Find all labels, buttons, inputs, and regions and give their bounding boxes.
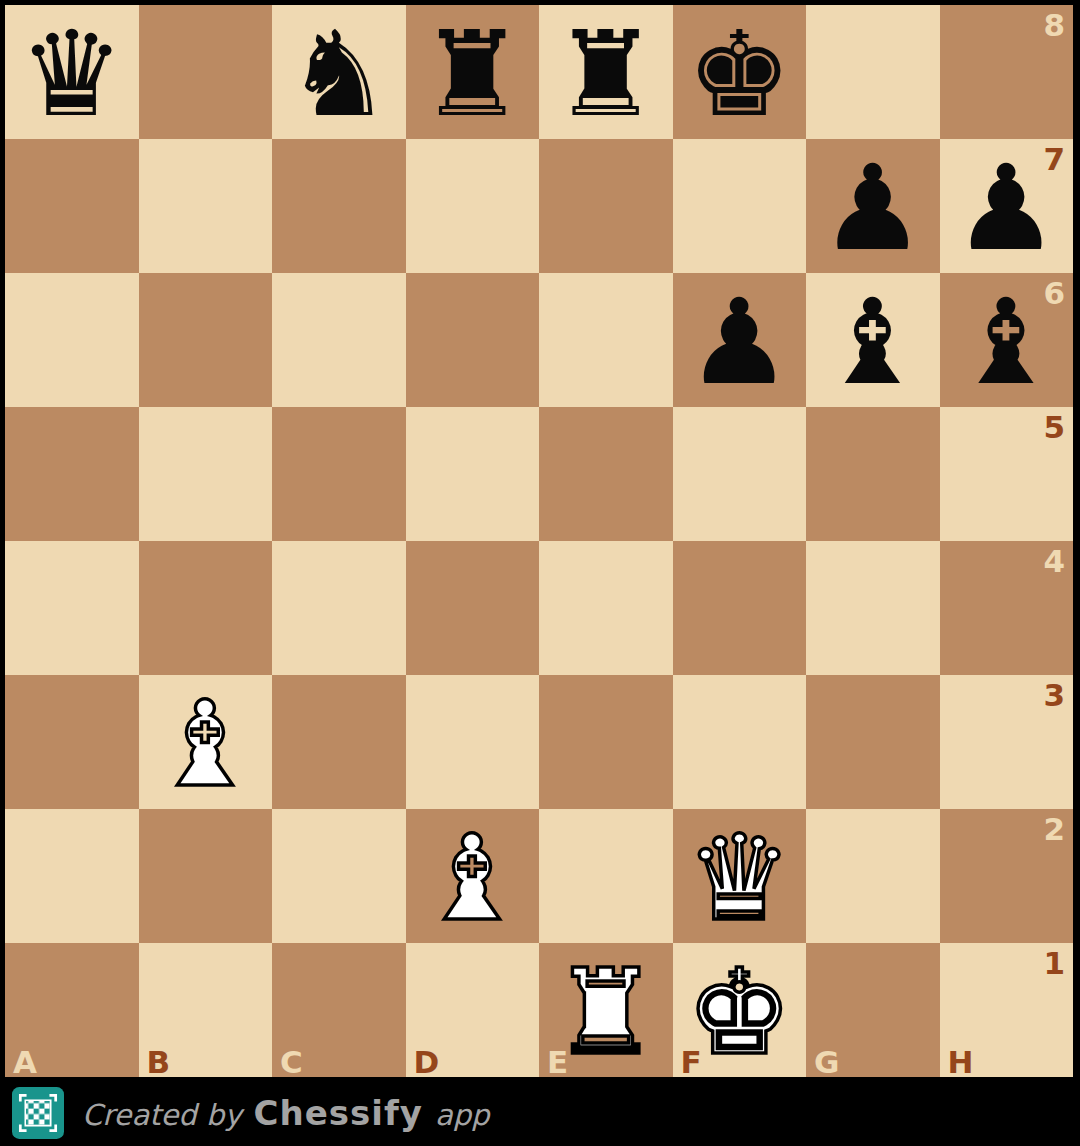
square-b6[interactable] [139,273,273,407]
square-g3[interactable] [806,675,940,809]
square-f6[interactable]: ♟ [673,273,807,407]
white-rook-e1[interactable]: ♜ [553,953,659,1071]
app-text: app [435,1098,490,1132]
square-h3[interactable]: 3 [940,675,1074,809]
rank-label-3: 3 [1043,680,1065,711]
square-b1[interactable]: B [139,943,273,1077]
square-f4[interactable] [673,541,807,675]
square-e7[interactable] [539,139,673,273]
square-g6[interactable]: ♝ [806,273,940,407]
square-h6[interactable]: 6♝ [940,273,1074,407]
black-rook-e8[interactable]: ♜ [553,15,659,133]
square-f1[interactable]: F♚ [673,943,807,1077]
brand-name: Chessify [254,1093,423,1133]
square-b3[interactable]: ♝ [139,675,273,809]
rank-label-8: 8 [1043,10,1065,41]
square-e4[interactable] [539,541,673,675]
square-f2[interactable]: ♛ [673,809,807,943]
square-a1[interactable]: A [5,943,139,1077]
chessify-diagram: ♛♞♜♜♚8♟7♟♟♝6♝54♝3♝♛2ABCDE♜F♚G1H Created … [0,0,1080,1146]
rank-label-1: 1 [1043,948,1065,979]
square-g7[interactable]: ♟ [806,139,940,273]
file-label-d: D [414,1047,440,1078]
square-c4[interactable] [272,541,406,675]
square-a7[interactable] [5,139,139,273]
square-c3[interactable] [272,675,406,809]
white-queen-f2[interactable]: ♛ [686,819,792,937]
white-king-f1[interactable]: ♚ [686,953,792,1071]
square-g2[interactable] [806,809,940,943]
square-b5[interactable] [139,407,273,541]
square-b2[interactable] [139,809,273,943]
square-d7[interactable] [406,139,540,273]
square-d1[interactable]: D [406,943,540,1077]
square-a6[interactable] [5,273,139,407]
black-bishop-g6[interactable]: ♝ [820,283,926,401]
square-b8[interactable] [139,5,273,139]
square-c6[interactable] [272,273,406,407]
credit-text: Created by Chessify app [82,1093,489,1133]
square-h1[interactable]: 1H [940,943,1074,1077]
white-bishop-d2[interactable]: ♝ [419,819,525,937]
file-label-a: A [13,1047,37,1078]
square-e3[interactable] [539,675,673,809]
file-label-h: H [948,1047,974,1078]
square-f8[interactable]: ♚ [673,5,807,139]
square-a2[interactable] [5,809,139,943]
square-h7[interactable]: 7♟ [940,139,1074,273]
rank-label-2: 2 [1043,814,1065,845]
file-label-g: G [814,1047,839,1078]
square-c7[interactable] [272,139,406,273]
black-bishop-h6[interactable]: ♝ [953,283,1059,401]
square-d4[interactable] [406,541,540,675]
black-king-f8[interactable]: ♚ [686,15,792,133]
rank-label-5: 5 [1043,412,1065,443]
file-label-c: C [280,1047,303,1078]
square-h2[interactable]: 2 [940,809,1074,943]
square-c1[interactable]: C [272,943,406,1077]
square-e1[interactable]: E♜ [539,943,673,1077]
square-h5[interactable]: 5 [940,407,1074,541]
black-pawn-f6[interactable]: ♟ [686,283,792,401]
square-f5[interactable] [673,407,807,541]
file-label-b: B [147,1047,171,1078]
chessify-logo-icon [12,1087,64,1139]
black-queen-a8[interactable]: ♛ [19,15,125,133]
chess-board: ♛♞♜♜♚8♟7♟♟♝6♝54♝3♝♛2ABCDE♜F♚G1H [5,5,1073,1077]
square-e5[interactable] [539,407,673,541]
square-d2[interactable]: ♝ [406,809,540,943]
square-d3[interactable] [406,675,540,809]
created-by-text: Created by [82,1098,242,1132]
black-knight-c8[interactable]: ♞ [286,15,392,133]
square-h4[interactable]: 4 [940,541,1074,675]
footer: Created by Chessify app [0,1080,1080,1146]
square-a4[interactable] [5,541,139,675]
black-pawn-h7[interactable]: ♟ [953,149,1059,267]
square-e6[interactable] [539,273,673,407]
square-e2[interactable] [539,809,673,943]
square-b7[interactable] [139,139,273,273]
square-a8[interactable]: ♛ [5,5,139,139]
square-a5[interactable] [5,407,139,541]
square-a3[interactable] [5,675,139,809]
square-c8[interactable]: ♞ [272,5,406,139]
square-d8[interactable]: ♜ [406,5,540,139]
square-c5[interactable] [272,407,406,541]
square-b4[interactable] [139,541,273,675]
square-h8[interactable]: 8 [940,5,1074,139]
square-g4[interactable] [806,541,940,675]
square-d5[interactable] [406,407,540,541]
board-frame: ♛♞♜♜♚8♟7♟♟♝6♝54♝3♝♛2ABCDE♜F♚G1H [0,0,1080,1080]
square-g5[interactable] [806,407,940,541]
white-bishop-b3[interactable]: ♝ [152,685,258,803]
black-rook-d8[interactable]: ♜ [419,15,525,133]
square-e8[interactable]: ♜ [539,5,673,139]
square-d6[interactable] [406,273,540,407]
square-c2[interactable] [272,809,406,943]
square-g1[interactable]: G [806,943,940,1077]
square-f3[interactable] [673,675,807,809]
square-g8[interactable] [806,5,940,139]
rank-label-4: 4 [1043,546,1065,577]
black-pawn-g7[interactable]: ♟ [820,149,926,267]
square-f7[interactable] [673,139,807,273]
